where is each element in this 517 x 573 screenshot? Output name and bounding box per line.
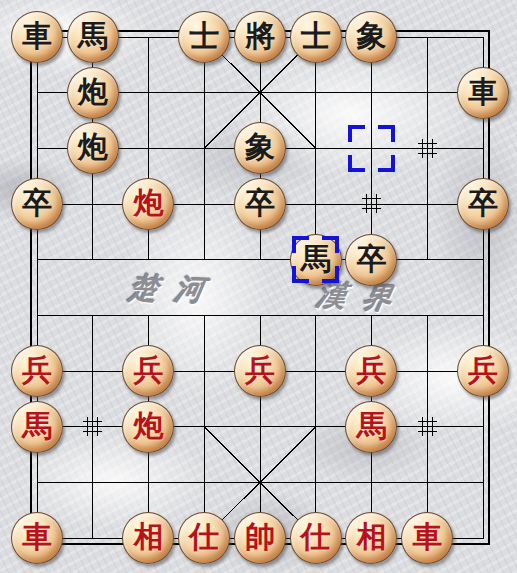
piece-red-soldier[interactable]: 兵 [11,345,63,397]
piece-glyph: 兵 [356,355,386,385]
point-marker-line [362,208,381,209]
piece-red-general[interactable]: 帥 [234,512,286,564]
piece-glyph: 炮 [78,77,108,107]
point-marker [418,139,437,158]
piece-red-advisor[interactable]: 仕 [178,512,230,564]
piece-red-soldier[interactable]: 兵 [345,345,397,397]
piece-glyph: 車 [22,21,52,51]
piece-black-soldier[interactable]: 卒 [457,178,509,230]
piece-glyph: 兵 [245,355,275,385]
piece-glyph: 卒 [468,188,498,218]
piece-glyph: 車 [22,522,52,552]
piece-glyph: 炮 [133,411,163,441]
piece-black-advisor[interactable]: 士 [178,11,230,63]
piece-glyph: 炮 [78,132,108,162]
piece-black-cannon[interactable]: 炮 [67,122,119,174]
piece-glyph: 車 [468,77,498,107]
piece-glyph: 兵 [468,355,498,385]
piece-glyph: 馬 [22,411,52,441]
point-marker-line [83,431,102,432]
board-grid: 車馬士將士象炮車炮象卒炮卒卒馬卒兵兵兵兵兵馬炮馬車相仕帥仕相車 [9,9,511,566]
piece-glyph: 卒 [245,188,275,218]
bracket-corner [348,155,365,172]
point-marker [418,417,437,436]
point-marker-line [432,139,433,158]
piece-glyph: 卒 [356,244,386,274]
piece-black-advisor[interactable]: 士 [290,11,342,63]
piece-black-chariot[interactable]: 車 [457,67,509,119]
piece-glyph: 馬 [356,411,386,441]
point-marker-line [422,417,423,436]
piece-glyph: 仕 [189,522,219,552]
point-marker-line [376,194,377,213]
piece-glyph: 象 [356,21,386,51]
last-move-to-marker [292,236,339,283]
piece-red-cannon[interactable]: 炮 [122,178,174,230]
piece-glyph: 炮 [133,188,163,218]
point-marker-line [97,417,98,436]
piece-black-cannon[interactable]: 炮 [67,67,119,119]
point-marker-line [418,431,437,432]
piece-red-soldier[interactable]: 兵 [234,345,286,397]
river-label-chu-he: 楚河 [126,268,225,311]
piece-red-horse[interactable]: 馬 [11,401,63,453]
bracket-corner [292,236,309,253]
bracket-corner [322,266,339,283]
piece-glyph: 士 [189,21,219,51]
piece-glyph: 仕 [301,522,331,552]
piece-glyph: 兵 [22,355,52,385]
xiangqi-board: 楚河 漢界 車馬士將士象炮車炮象卒炮卒卒馬卒兵兵兵兵兵馬炮馬車相仕帥仕相車 [0,0,517,573]
piece-black-soldier[interactable]: 卒 [234,178,286,230]
piece-glyph: 士 [301,21,331,51]
piece-red-elephant[interactable]: 相 [122,512,174,564]
point-marker-line [432,417,433,436]
piece-black-elephant[interactable]: 象 [345,11,397,63]
piece-glyph: 卒 [22,188,52,218]
piece-red-chariot[interactable]: 車 [11,512,63,564]
last-move-from-marker [348,125,395,172]
piece-black-general[interactable]: 將 [234,11,286,63]
piece-red-soldier[interactable]: 兵 [122,345,174,397]
piece-red-advisor[interactable]: 仕 [290,512,342,564]
point-marker [362,194,381,213]
point-marker-line [366,194,367,213]
piece-black-chariot[interactable]: 車 [11,11,63,63]
piece-glyph: 車 [412,522,442,552]
piece-black-horse[interactable]: 馬 [67,11,119,63]
piece-red-cannon[interactable]: 炮 [122,401,174,453]
bracket-corner [348,125,365,142]
piece-black-soldier[interactable]: 卒 [345,234,397,286]
point-marker-line [418,421,437,422]
bracket-corner [378,155,395,172]
piece-glyph: 帥 [245,522,275,552]
piece-red-elephant[interactable]: 相 [345,512,397,564]
piece-red-chariot[interactable]: 車 [401,512,453,564]
point-marker-line [422,139,423,158]
piece-glyph: 馬 [78,21,108,51]
point-marker-line [83,421,102,422]
piece-red-horse[interactable]: 馬 [345,401,397,453]
point-marker-line [362,198,381,199]
piece-glyph: 相 [133,522,163,552]
point-marker [83,417,102,436]
piece-glyph: 相 [356,522,386,552]
bracket-corner [322,236,339,253]
piece-black-elephant[interactable]: 象 [234,122,286,174]
bracket-corner [292,266,309,283]
piece-red-soldier[interactable]: 兵 [457,345,509,397]
piece-glyph: 象 [245,132,275,162]
piece-glyph: 兵 [133,355,163,385]
bracket-corner [378,125,395,142]
piece-black-soldier[interactable]: 卒 [11,178,63,230]
point-marker-line [418,153,437,154]
piece-glyph: 將 [245,21,275,51]
point-marker-line [418,143,437,144]
point-marker-line [87,417,88,436]
